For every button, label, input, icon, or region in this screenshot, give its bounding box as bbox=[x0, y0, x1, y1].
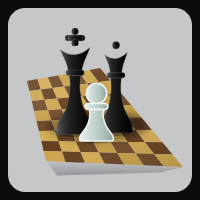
chess-icon-art bbox=[0, 0, 200, 200]
screenshot-canvas bbox=[0, 0, 200, 200]
chess-app-icon[interactable] bbox=[0, 0, 200, 200]
